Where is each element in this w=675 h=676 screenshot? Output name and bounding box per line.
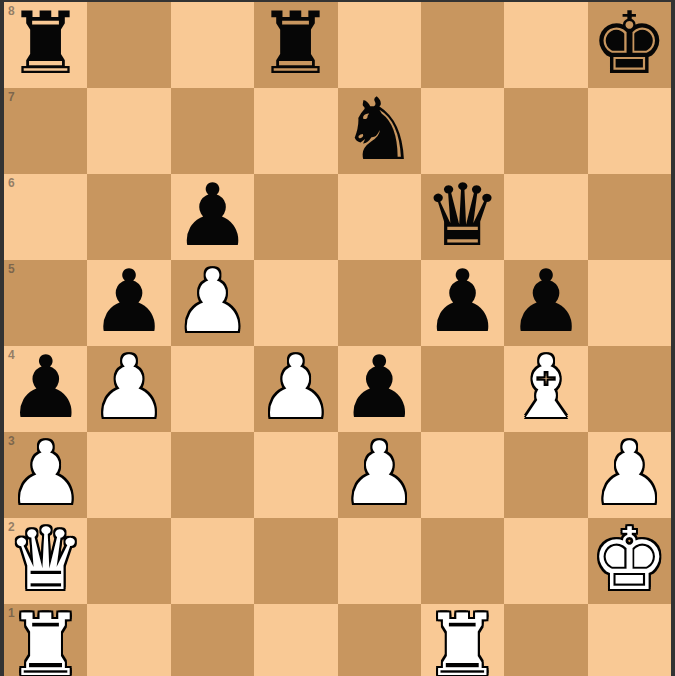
piece-black-knight-e7[interactable]: ♞ [341,86,418,172]
piece-white-bishop-g4[interactable]: ♝ [507,344,584,430]
square-f4[interactable] [421,346,504,432]
square-g6[interactable] [504,174,587,260]
square-h4[interactable] [588,346,671,432]
rank-label-1: 1 [8,606,15,620]
piece-white-rook-a1[interactable]: ♜ [7,602,84,676]
piece-black-pawn-e4[interactable]: ♟ [341,344,418,430]
square-d5[interactable] [254,260,337,346]
square-g2[interactable] [504,518,587,604]
rank-label-3: 3 [8,434,15,448]
square-f1[interactable]: f♜ [421,604,504,676]
square-c3[interactable] [171,432,254,518]
chess-board-frame: 8♜♜♚7♞6♟♛5♟♟♟♟4♟♟♟♟♝3♟♟♟2♛♚1a♜bcdef♜gh [0,0,675,676]
square-f3[interactable] [421,432,504,518]
square-c7[interactable] [171,88,254,174]
piece-white-pawn-a3[interactable]: ♟ [7,430,84,516]
piece-white-pawn-h3[interactable]: ♟ [591,430,668,516]
square-g8[interactable] [504,2,587,88]
square-h6[interactable] [588,174,671,260]
square-g4[interactable]: ♝ [504,346,587,432]
rank-label-6: 6 [8,176,15,190]
square-c8[interactable] [171,2,254,88]
square-e6[interactable] [338,174,421,260]
square-c5[interactable]: ♟ [171,260,254,346]
square-b6[interactable] [87,174,170,260]
square-e7[interactable]: ♞ [338,88,421,174]
square-g7[interactable] [504,88,587,174]
piece-black-pawn-b5[interactable]: ♟ [91,258,168,344]
square-e5[interactable] [338,260,421,346]
rank-label-5: 5 [8,262,15,276]
square-b5[interactable]: ♟ [87,260,170,346]
square-b8[interactable] [87,2,170,88]
piece-white-pawn-c5[interactable]: ♟ [174,258,251,344]
square-b3[interactable] [87,432,170,518]
square-h1[interactable]: h [588,604,671,676]
square-e1[interactable]: e [338,604,421,676]
square-b7[interactable] [87,88,170,174]
square-h2[interactable]: ♚ [588,518,671,604]
square-a2[interactable]: 2♛ [4,518,87,604]
square-e8[interactable] [338,2,421,88]
square-a7[interactable]: 7 [4,88,87,174]
square-d8[interactable]: ♜ [254,2,337,88]
square-c4[interactable] [171,346,254,432]
piece-black-pawn-g5[interactable]: ♟ [507,258,584,344]
piece-black-pawn-f5[interactable]: ♟ [424,258,501,344]
square-g3[interactable] [504,432,587,518]
piece-black-rook-d8[interactable]: ♜ [257,0,334,86]
square-d6[interactable] [254,174,337,260]
square-d3[interactable] [254,432,337,518]
chess-board: 8♜♜♚7♞6♟♛5♟♟♟♟4♟♟♟♟♝3♟♟♟2♛♚1a♜bcdef♜gh [4,2,671,673]
rank-label-4: 4 [8,348,15,362]
square-h8[interactable]: ♚ [588,2,671,88]
square-g5[interactable]: ♟ [504,260,587,346]
piece-white-pawn-d4[interactable]: ♟ [257,344,334,430]
square-f7[interactable] [421,88,504,174]
square-a3[interactable]: 3♟ [4,432,87,518]
square-a5[interactable]: 5 [4,260,87,346]
piece-white-rook-f1[interactable]: ♜ [424,602,501,676]
square-e4[interactable]: ♟ [338,346,421,432]
piece-black-queen-f6[interactable]: ♛ [424,172,501,258]
square-c2[interactable] [171,518,254,604]
piece-black-pawn-a4[interactable]: ♟ [7,344,84,430]
piece-white-king-h2[interactable]: ♚ [591,516,668,602]
square-d2[interactable] [254,518,337,604]
square-a4[interactable]: 4♟ [4,346,87,432]
square-f2[interactable] [421,518,504,604]
piece-white-queen-a2[interactable]: ♛ [7,516,84,602]
square-f5[interactable]: ♟ [421,260,504,346]
square-b2[interactable] [87,518,170,604]
square-d7[interactable] [254,88,337,174]
square-g1[interactable]: g [504,604,587,676]
rank-label-8: 8 [8,4,15,18]
square-e2[interactable] [338,518,421,604]
square-c1[interactable]: c [171,604,254,676]
square-b4[interactable]: ♟ [87,346,170,432]
square-a1[interactable]: 1a♜ [4,604,87,676]
square-d4[interactable]: ♟ [254,346,337,432]
square-d1[interactable]: d [254,604,337,676]
piece-black-rook-a8[interactable]: ♜ [7,0,84,86]
square-f6[interactable]: ♛ [421,174,504,260]
square-h3[interactable]: ♟ [588,432,671,518]
piece-white-pawn-b4[interactable]: ♟ [91,344,168,430]
square-f8[interactable] [421,2,504,88]
rank-label-2: 2 [8,520,15,534]
piece-black-pawn-c6[interactable]: ♟ [174,172,251,258]
square-h7[interactable] [588,88,671,174]
square-e3[interactable]: ♟ [338,432,421,518]
square-c6[interactable]: ♟ [171,174,254,260]
rank-label-7: 7 [8,90,15,104]
piece-white-pawn-e3[interactable]: ♟ [341,430,418,516]
square-a8[interactable]: 8♜ [4,2,87,88]
square-a6[interactable]: 6 [4,174,87,260]
square-h5[interactable] [588,260,671,346]
piece-black-king-h8[interactable]: ♚ [591,0,668,86]
square-b1[interactable]: b [87,604,170,676]
